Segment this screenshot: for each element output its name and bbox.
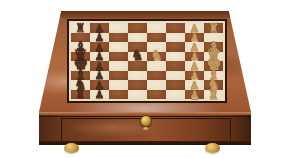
white-pawn[interactable]: ♟: [190, 89, 200, 100]
drawer-knob-icon: [140, 115, 152, 127]
board-square[interactable]: [128, 71, 147, 81]
board-square[interactable]: [166, 23, 185, 33]
board-square[interactable]: [147, 71, 166, 81]
board-square[interactable]: [147, 33, 166, 43]
box-front-face: [39, 112, 251, 145]
board-square[interactable]: [166, 80, 185, 90]
board-square[interactable]: ♞: [147, 52, 166, 62]
board-square[interactable]: [147, 61, 166, 71]
board-square[interactable]: ♞: [128, 52, 147, 62]
board-frame: ♜♟♟♜♟♟♝♟♟♝♛♟♞♞♟♛♚♟♟♚♝♟♟♝♞♟♟♞♜♟♟♜: [39, 11, 251, 112]
board-square[interactable]: [147, 80, 166, 90]
board-square[interactable]: [109, 23, 128, 33]
board-square[interactable]: [109, 52, 128, 62]
board-square[interactable]: [166, 52, 185, 62]
board-square[interactable]: ♟: [90, 90, 109, 100]
white-rook[interactable]: ♜: [208, 88, 219, 100]
board-square[interactable]: [147, 23, 166, 33]
board-square[interactable]: [166, 33, 185, 43]
black-pawn[interactable]: ♟: [95, 89, 105, 100]
white-knight[interactable]: ♞: [150, 48, 163, 62]
board-square[interactable]: [109, 33, 128, 43]
board-square[interactable]: [109, 90, 128, 100]
board-square[interactable]: [128, 61, 147, 71]
board-square[interactable]: [166, 71, 185, 81]
board-square[interactable]: [109, 80, 128, 90]
board-square[interactable]: [109, 42, 128, 52]
board-square[interactable]: [128, 33, 147, 43]
board-square[interactable]: [166, 90, 185, 100]
brass-foot-right: [205, 143, 220, 153]
board-square[interactable]: [166, 42, 185, 52]
board-square[interactable]: ♟: [185, 90, 204, 100]
board-square[interactable]: ♜: [71, 23, 90, 33]
chess-set-photo: ♜♟♟♜♟♟♝♟♟♝♛♟♞♞♟♛♚♟♟♚♝♟♟♝♞♟♟♞♜♟♟♜: [0, 0, 290, 158]
board-square[interactable]: [128, 90, 147, 100]
chess-board: ♜♟♟♜♟♟♝♟♟♝♛♟♞♞♟♛♚♟♟♚♝♟♟♝♞♟♟♞♜♟♟♜: [69, 21, 225, 101]
board-square[interactable]: [128, 80, 147, 90]
board-square[interactable]: [128, 23, 147, 33]
board-square[interactable]: ♜: [71, 90, 90, 100]
drawer-knob-plate: [143, 127, 149, 130]
board-square[interactable]: [109, 61, 128, 71]
board-square[interactable]: ♜: [204, 23, 223, 33]
board-square[interactable]: [109, 71, 128, 81]
black-rook[interactable]: ♜: [75, 88, 86, 100]
black-knight[interactable]: ♞: [131, 48, 144, 62]
board-square[interactable]: [166, 61, 185, 71]
brass-foot-left: [64, 143, 79, 153]
board-square[interactable]: ♜: [204, 90, 223, 100]
board-square[interactable]: [147, 90, 166, 100]
box-back-edge: [39, 11, 251, 18]
